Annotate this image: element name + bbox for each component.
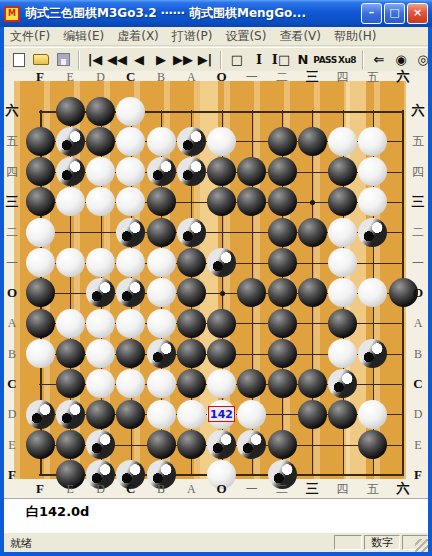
white-stone-四-二 — [328, 218, 357, 247]
coord-bottom-三: 三 — [301, 483, 323, 495]
white-stone-E-三 — [56, 187, 85, 216]
radio-button-2[interactable]: ◎ — [413, 50, 428, 70]
menu-item-6[interactable]: 帮助(H) — [334, 28, 376, 45]
black-stone-E-B — [56, 339, 85, 368]
black-stone-O-A — [207, 309, 236, 338]
toolbar-separator — [78, 51, 80, 69]
white-stone-四-一 — [328, 248, 357, 277]
black-stone-O-B — [207, 339, 236, 368]
white-stone-D-C — [86, 369, 115, 398]
bar-ten-mode-button[interactable]: I□ — [271, 50, 291, 70]
coord-top-C: C — [120, 71, 142, 83]
black-stone-F-三 — [26, 187, 55, 216]
first-move-button[interactable]: |◀ — [85, 50, 105, 70]
save-icon — [57, 53, 70, 66]
coord-right-A: A — [407, 317, 429, 329]
black-stone-二-一 — [268, 248, 297, 277]
menu-item-0[interactable]: 文件(F) — [10, 28, 50, 45]
status-ready-text: 就绪 — [10, 536, 32, 551]
new-icon — [13, 53, 25, 67]
coord-top-一: 一 — [241, 71, 263, 83]
gray-stone-O-E — [207, 430, 236, 459]
black-stone-A-C — [177, 369, 206, 398]
square-mode-button[interactable]: □ — [227, 50, 247, 70]
coord-bottom-E: E — [59, 483, 81, 495]
white-stone-F-一 — [26, 248, 55, 277]
coord-right-E: E — [407, 439, 429, 451]
coord-bottom-二: 二 — [271, 483, 293, 495]
toolbar: |◀◀◀◀▶▶▶▶|□II□NPASSXu8⇐◉◎ — [4, 47, 428, 71]
back-button[interactable]: ◀ — [129, 50, 149, 70]
black-stone-二-E — [268, 430, 297, 459]
coord-left-C: C — [1, 378, 23, 390]
coord-right-O: O — [407, 287, 429, 299]
gray-stone-A-四 — [177, 157, 206, 186]
xu8-button[interactable]: Xu8 — [337, 50, 357, 70]
white-stone-F-B — [26, 339, 55, 368]
black-stone-A-O — [177, 278, 206, 307]
white-stone-D-四 — [86, 157, 115, 186]
white-stone-B-A — [147, 309, 176, 338]
white-stone-B-C — [147, 369, 176, 398]
coord-left-E: E — [1, 439, 23, 451]
close-button[interactable]: × — [407, 3, 428, 24]
white-stone-四-O — [328, 278, 357, 307]
coord-top-二: 二 — [271, 71, 293, 83]
white-stone-C-六 — [116, 97, 145, 126]
black-stone-五-E — [358, 430, 387, 459]
white-stone-O-五 — [207, 127, 236, 156]
white-stone-四-五 — [328, 127, 357, 156]
gray-stone-四-C — [328, 369, 357, 398]
last-move-marker: 142 — [208, 406, 235, 422]
white-stone-五-D — [358, 400, 387, 429]
fast-back-button[interactable]: ◀◀ — [107, 50, 127, 70]
black-stone-四-四 — [328, 157, 357, 186]
black-stone-E-C — [56, 369, 85, 398]
coord-left-O: O — [1, 287, 23, 299]
black-stone-O-三 — [207, 187, 236, 216]
coord-bottom-一: 一 — [241, 483, 263, 495]
save-file-button[interactable] — [53, 50, 73, 70]
white-stone-一-D — [237, 400, 266, 429]
coord-right-五: 五 — [407, 135, 429, 147]
coord-top-A: A — [180, 71, 202, 83]
black-stone-C-B — [116, 339, 145, 368]
white-stone-A-D — [177, 400, 206, 429]
coord-bottom-六: 六 — [392, 483, 414, 495]
black-stone-A-一 — [177, 248, 206, 277]
black-stone-F-O — [26, 278, 55, 307]
black-stone-B-二 — [147, 218, 176, 247]
black-stone-四-D — [328, 400, 357, 429]
black-stone-二-二 — [268, 218, 297, 247]
white-stone-C-C — [116, 369, 145, 398]
status-panel-mode: 数字 — [364, 535, 400, 550]
app-window: M 萌式三色围棋M3Go3.2 ⋯⋯ 萌式围棋MengGo... – □ × 文… — [0, 0, 432, 556]
white-stone-五-五 — [358, 127, 387, 156]
toolbar-separator — [220, 51, 222, 69]
toolbar-separator — [362, 51, 364, 69]
gray-stone-五-B — [358, 339, 387, 368]
white-stone-五-三 — [358, 187, 387, 216]
white-stone-C-四 — [116, 157, 145, 186]
black-stone-F-E — [26, 430, 55, 459]
black-stone-D-六 — [86, 97, 115, 126]
gray-stone-F-D — [26, 400, 55, 429]
gray-stone-E-五 — [56, 127, 85, 156]
black-stone-D-D — [86, 400, 115, 429]
gray-stone-C-二 — [116, 218, 145, 247]
white-stone-D-B — [86, 339, 115, 368]
coord-bottom-五: 五 — [362, 483, 384, 495]
coord-top-四: 四 — [332, 71, 354, 83]
black-stone-三-C — [298, 369, 327, 398]
gray-stone-E-四 — [56, 157, 85, 186]
coord-bottom-F: F — [29, 483, 51, 495]
white-stone-五-O — [358, 278, 387, 307]
white-stone-O-C — [207, 369, 236, 398]
window-title: 萌式三色围棋M3Go3.2 ⋯⋯ 萌式围棋MengGo... — [25, 5, 361, 22]
gray-stone-A-五 — [177, 127, 206, 156]
black-stone-A-E — [177, 430, 206, 459]
pass-button[interactable]: PASS — [315, 50, 335, 70]
coord-top-B: B — [150, 71, 172, 83]
title-bar[interactable]: M 萌式三色围棋M3Go3.2 ⋯⋯ 萌式围棋MengGo... – □ × — [0, 0, 432, 27]
menu-item-1[interactable]: 编辑(E) — [63, 28, 104, 45]
black-stone-D-五 — [86, 127, 115, 156]
coord-top-E: E — [59, 71, 81, 83]
white-stone-D-一 — [86, 248, 115, 277]
menu-item-4[interactable]: 设置(S) — [225, 28, 266, 45]
coord-bottom-A: A — [180, 483, 202, 495]
minimize-button[interactable]: – — [361, 3, 382, 24]
black-stone-三-五 — [298, 127, 327, 156]
black-stone-F-五 — [26, 127, 55, 156]
last-move-button[interactable]: ▶| — [195, 50, 215, 70]
black-stone-一-四 — [237, 157, 266, 186]
gray-stone-一-E — [237, 430, 266, 459]
coord-bottom-O: O — [211, 483, 233, 495]
black-stone-三-二 — [298, 218, 327, 247]
coord-top-F: F — [29, 71, 51, 83]
coord-bottom-B: B — [150, 483, 172, 495]
black-stone-一-O — [237, 278, 266, 307]
coord-top-五: 五 — [362, 71, 384, 83]
white-stone-E-A — [56, 309, 85, 338]
black-stone-F-A — [26, 309, 55, 338]
coord-top-三: 三 — [301, 71, 323, 83]
black-stone-二-O — [268, 278, 297, 307]
number-mode-button[interactable]: N — [293, 50, 313, 70]
gray-stone-A-二 — [177, 218, 206, 247]
black-stone-B-E — [147, 430, 176, 459]
star-point — [220, 291, 225, 296]
coord-left-F: F — [1, 469, 23, 481]
gray-stone-D-O — [86, 278, 115, 307]
open-file-button[interactable] — [31, 50, 51, 70]
black-stone-C-D — [116, 400, 145, 429]
go-board[interactable]: 142 — [14, 81, 406, 479]
board-panel: 142 FFEEDDCCBBAAOO一一二二三三四四五五六六六六五五四四三三二二… — [4, 71, 428, 498]
app-icon: M — [4, 6, 20, 22]
coord-top-六: 六 — [392, 71, 414, 83]
white-stone-D-三 — [86, 187, 115, 216]
black-stone-二-四 — [268, 157, 297, 186]
coord-left-一: 一 — [1, 257, 23, 269]
coord-left-B: B — [1, 348, 23, 360]
menu-item-5[interactable]: 查看(V) — [279, 28, 321, 45]
coord-right-C: C — [407, 378, 429, 390]
gray-stone-B-B — [147, 339, 176, 368]
black-stone-二-五 — [268, 127, 297, 156]
white-stone-D-A — [86, 309, 115, 338]
coord-left-D: D — [1, 408, 23, 420]
black-stone-二-三 — [268, 187, 297, 216]
black-stone-三-O — [298, 278, 327, 307]
gray-stone-D-E — [86, 430, 115, 459]
menu-bar: 文件(F)编辑(E)虚着(X)打谱(P)设置(S)查看(V)帮助(H) — [4, 27, 428, 46]
white-stone-F-二 — [26, 218, 55, 247]
move-info-text: 白142.0d — [26, 503, 89, 521]
coord-right-F: F — [407, 469, 429, 481]
star-point — [310, 200, 315, 205]
white-stone-E-一 — [56, 248, 85, 277]
white-stone-C-一 — [116, 248, 145, 277]
white-stone-四-B — [328, 339, 357, 368]
coord-right-三: 三 — [407, 196, 429, 208]
gray-stone-C-O — [116, 278, 145, 307]
menu-item-3[interactable]: 打谱(P) — [172, 28, 213, 45]
coord-bottom-四: 四 — [332, 483, 354, 495]
fast-forward-button[interactable]: ▶▶ — [173, 50, 193, 70]
black-stone-A-A — [177, 309, 206, 338]
white-stone-C-A — [116, 309, 145, 338]
white-stone-B-D — [147, 400, 176, 429]
white-stone-B-O — [147, 278, 176, 307]
black-stone-B-三 — [147, 187, 176, 216]
status-bar: 就绪 数字 — [4, 532, 428, 552]
black-stone-二-C — [268, 369, 297, 398]
coord-left-二: 二 — [1, 226, 23, 238]
black-stone-A-B — [177, 339, 206, 368]
white-stone-C-三 — [116, 187, 145, 216]
black-stone-F-四 — [26, 157, 55, 186]
coord-right-二: 二 — [407, 226, 429, 238]
white-stone-B-一 — [147, 248, 176, 277]
white-stone-C-五 — [116, 127, 145, 156]
black-stone-E-六 — [56, 97, 85, 126]
gray-stone-B-四 — [147, 157, 176, 186]
white-stone-B-五 — [147, 127, 176, 156]
white-stone-五-四 — [358, 157, 387, 186]
bar-mode-button[interactable]: I — [249, 50, 269, 70]
coord-top-O: O — [211, 71, 233, 83]
menu-item-2[interactable]: 虚着(X) — [117, 28, 159, 45]
coord-left-六: 六 — [1, 105, 23, 117]
black-stone-二-B — [268, 339, 297, 368]
coord-bottom-C: C — [120, 483, 142, 495]
status-panel-empty — [334, 535, 362, 550]
coord-left-五: 五 — [1, 135, 23, 147]
gray-stone-五-二 — [358, 218, 387, 247]
black-stone-O-四 — [207, 157, 236, 186]
black-stone-四-三 — [328, 187, 357, 216]
black-stone-一-三 — [237, 187, 266, 216]
radio-button[interactable]: ◉ — [391, 50, 411, 70]
coord-right-六: 六 — [407, 105, 429, 117]
gray-stone-O-一 — [207, 248, 236, 277]
coord-right-B: B — [407, 348, 429, 360]
black-stone-二-A — [268, 309, 297, 338]
coord-right-D: D — [407, 408, 429, 420]
coord-top-D: D — [90, 71, 112, 83]
maximize-button[interactable]: □ — [384, 3, 405, 24]
black-stone-四-A — [328, 309, 357, 338]
message-bar: 白142.0d — [4, 498, 428, 532]
black-stone-三-D — [298, 400, 327, 429]
forward-button[interactable]: ▶ — [151, 50, 171, 70]
gray-stone-E-D — [56, 400, 85, 429]
back-arrow-button[interactable]: ⇐ — [369, 50, 389, 70]
coord-left-A: A — [1, 317, 23, 329]
coord-bottom-D: D — [90, 483, 112, 495]
new-file-button[interactable] — [9, 50, 29, 70]
coord-right-一: 一 — [407, 257, 429, 269]
coord-right-四: 四 — [407, 166, 429, 178]
coord-left-四: 四 — [1, 166, 23, 178]
open-icon — [33, 54, 49, 65]
resize-grip[interactable] — [415, 539, 428, 552]
coord-left-三: 三 — [1, 196, 23, 208]
black-stone-一-C — [237, 369, 266, 398]
black-stone-E-E — [56, 430, 85, 459]
